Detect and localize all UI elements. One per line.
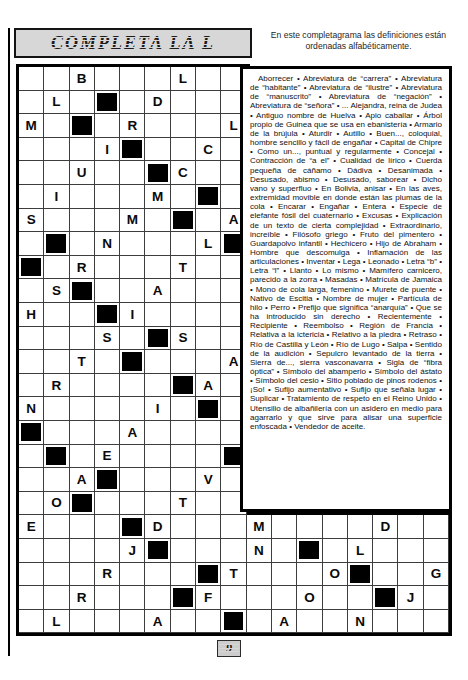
grid-cell[interactable]: A [70, 468, 95, 492]
grid-cell[interactable] [44, 421, 69, 445]
grid-cell[interactable]: D [145, 91, 170, 115]
grid-cell[interactable] [120, 67, 145, 91]
grid-cell[interactable] [171, 279, 196, 303]
page-number: 9 [226, 641, 232, 656]
grid-cell[interactable] [145, 114, 170, 138]
black-cell [19, 256, 44, 280]
grid-cell[interactable] [95, 397, 120, 421]
grid-cell[interactable] [196, 91, 221, 115]
grid-cell[interactable]: F [196, 586, 221, 610]
grid-cell[interactable] [323, 610, 348, 634]
grid-cell[interactable] [44, 563, 69, 587]
grid-cell[interactable] [196, 421, 221, 445]
grid-cell[interactable] [70, 421, 95, 445]
grid-cell[interactable] [297, 515, 322, 539]
grid-cell[interactable] [44, 303, 69, 327]
grid-cell[interactable]: B [70, 67, 95, 91]
grid-cell[interactable]: T [221, 563, 246, 587]
grid-cell[interactable]: H [19, 303, 44, 327]
grid-cell[interactable]: A [196, 374, 221, 398]
grid-cell[interactable] [70, 374, 95, 398]
title-banner: COMPLETA LA L [14, 28, 252, 58]
grid-cell[interactable] [95, 161, 120, 185]
grid-cell[interactable] [44, 586, 69, 610]
grid-cell[interactable] [145, 350, 170, 374]
grid-cell[interactable] [247, 586, 272, 610]
grid-cell[interactable] [44, 209, 69, 233]
grid-cell[interactable]: S [44, 279, 69, 303]
grid-cell[interactable] [171, 303, 196, 327]
grid-cell[interactable] [19, 161, 44, 185]
grid-cell[interactable]: J [398, 586, 423, 610]
grid-cell[interactable] [120, 185, 145, 209]
grid-cell[interactable] [348, 515, 373, 539]
grid-cell[interactable]: R [95, 563, 120, 587]
grid-cell[interactable]: R [44, 374, 69, 398]
grid-cell[interactable]: C [171, 161, 196, 185]
grid-cell[interactable]: S [171, 327, 196, 351]
grid-cell[interactable] [145, 256, 170, 280]
grid-cell[interactable] [95, 185, 120, 209]
grid-cell[interactable]: L [44, 610, 69, 634]
grid-cell[interactable]: N [348, 610, 373, 634]
grid-cell[interactable] [373, 563, 398, 587]
grid-cell[interactable]: M [145, 185, 170, 209]
grid-border-strip [247, 512, 452, 515]
grid-cell[interactable] [196, 492, 221, 516]
black-cell [196, 397, 221, 421]
grid-cell[interactable] [171, 515, 196, 539]
grid-cell[interactable] [120, 397, 145, 421]
grid-cell[interactable] [221, 539, 246, 563]
black-cell [70, 114, 95, 138]
grid-cell[interactable] [70, 303, 95, 327]
grid-cell[interactable] [19, 91, 44, 115]
grid-cell[interactable] [70, 232, 95, 256]
grid-cell[interactable] [44, 539, 69, 563]
black-cell [145, 161, 170, 185]
black-cell [348, 563, 373, 587]
grid-cell[interactable]: O [44, 492, 69, 516]
black-cell [19, 421, 44, 445]
grid-cell[interactable] [95, 586, 120, 610]
grid-cell[interactable]: A [145, 279, 170, 303]
grid-cell[interactable] [120, 91, 145, 115]
grid-cell[interactable] [44, 114, 69, 138]
grid-cell[interactable]: T [171, 256, 196, 280]
grid-cell[interactable] [171, 445, 196, 469]
grid-cell[interactable]: M [120, 209, 145, 233]
black-cell [70, 492, 95, 516]
grid-cell[interactable] [297, 610, 322, 634]
grid-cell[interactable] [145, 492, 170, 516]
grid-cell[interactable] [120, 327, 145, 351]
grid-cell[interactable] [44, 161, 69, 185]
grid-cell[interactable] [424, 515, 449, 539]
grid-cell[interactable] [272, 539, 297, 563]
grid-cell[interactable] [19, 374, 44, 398]
grid-cell[interactable]: D [145, 515, 170, 539]
grid-cell[interactable]: D [373, 515, 398, 539]
grid-cell[interactable] [95, 114, 120, 138]
grid-cell[interactable]: L [196, 232, 221, 256]
grid-cell[interactable] [145, 374, 170, 398]
grid-cell[interactable] [424, 586, 449, 610]
grid-cell[interactable] [272, 515, 297, 539]
grid-cell[interactable] [145, 138, 170, 162]
grid-cell[interactable] [145, 445, 170, 469]
grid-cell[interactable]: S [19, 209, 44, 233]
grid-cell[interactable] [19, 445, 44, 469]
grid-cell[interactable] [44, 327, 69, 351]
grid-cell[interactable]: L [348, 539, 373, 563]
grid-cell[interactable]: L [44, 91, 69, 115]
grid-cell[interactable] [171, 610, 196, 634]
grid-cell[interactable]: I [145, 397, 170, 421]
page-title: COMPLETA LA L [16, 30, 250, 56]
grid-cell[interactable] [247, 610, 272, 634]
grid-cell[interactable] [171, 350, 196, 374]
black-cell [373, 586, 398, 610]
grid-cell[interactable] [171, 232, 196, 256]
grid-cell[interactable] [196, 610, 221, 634]
black-cell [70, 279, 95, 303]
instructions-text: En este completagrama las definiciones e… [255, 30, 462, 52]
grid-cell[interactable] [120, 492, 145, 516]
definitions-text: Aborrecer • Abreviatura de “carrera” • A… [250, 74, 442, 431]
grid-cell[interactable] [120, 563, 145, 587]
grid-cell[interactable]: O [297, 586, 322, 610]
grid-cell[interactable] [70, 539, 95, 563]
left-margin-rule [8, 28, 10, 656]
grid-cell[interactable]: V [196, 468, 221, 492]
grid-cell[interactable] [44, 468, 69, 492]
grid-cell[interactable] [120, 468, 145, 492]
grid-cell[interactable] [373, 539, 398, 563]
grid-cell[interactable] [19, 539, 44, 563]
black-cell [44, 232, 69, 256]
grid-cell[interactable] [19, 586, 44, 610]
black-cell [120, 515, 145, 539]
black-cell [145, 327, 170, 351]
grid-cell[interactable] [70, 91, 95, 115]
grid-cell[interactable] [19, 185, 44, 209]
grid-cell[interactable]: J [120, 539, 145, 563]
grid-cell[interactable] [70, 563, 95, 587]
grid-cell[interactable]: R [70, 256, 95, 280]
grid-cell[interactable] [145, 209, 170, 233]
puzzle-page: COMPLETA LA L En este completagrama las … [0, 0, 468, 680]
grid-bottom-section: EDMDJNLRTOGRFOJLAAN [16, 515, 452, 636]
grid-cell[interactable] [95, 610, 120, 634]
grid-cell[interactable] [19, 67, 44, 91]
black-cell [196, 185, 221, 209]
grid-cell[interactable] [120, 610, 145, 634]
black-cell [95, 468, 120, 492]
grid-cell[interactable] [171, 563, 196, 587]
grid-cell[interactable] [19, 468, 44, 492]
grid-cell[interactable]: U [70, 161, 95, 185]
grid-cell[interactable] [19, 279, 44, 303]
grid-cell[interactable] [171, 114, 196, 138]
grid-cell[interactable] [70, 610, 95, 634]
grid-cell[interactable] [95, 256, 120, 280]
grid-cell[interactable]: M [247, 515, 272, 539]
black-cell [95, 91, 120, 115]
grid-cell[interactable]: R [70, 586, 95, 610]
grid-cell[interactable] [19, 232, 44, 256]
black-cell [95, 303, 120, 327]
grid-cell[interactable] [44, 397, 69, 421]
grid-cell[interactable] [120, 586, 145, 610]
grid-cell[interactable] [19, 610, 44, 634]
grid-cell[interactable]: A [145, 610, 170, 634]
grid-cell[interactable] [120, 256, 145, 280]
grid-cell[interactable] [424, 610, 449, 634]
grid-cell[interactable] [398, 610, 423, 634]
grid-cell[interactable] [95, 515, 120, 539]
grid-cell[interactable] [44, 515, 69, 539]
grid-cell[interactable] [398, 539, 423, 563]
black-cell [145, 539, 170, 563]
grid-cell[interactable] [44, 350, 69, 374]
grid-cell[interactable] [196, 539, 221, 563]
grid-cell[interactable] [196, 445, 221, 469]
grid-cell[interactable] [70, 397, 95, 421]
grid-cell[interactable] [95, 421, 120, 445]
grid-cell[interactable]: T [70, 350, 95, 374]
grid-cell[interactable] [323, 586, 348, 610]
grid-cell[interactable] [120, 445, 145, 469]
grid-cell[interactable] [19, 350, 44, 374]
grid-cell[interactable] [171, 397, 196, 421]
grid-cell[interactable] [44, 256, 69, 280]
grid-cell[interactable] [145, 232, 170, 256]
grid-cell[interactable]: L [171, 67, 196, 91]
black-cell [120, 350, 145, 374]
grid-cell[interactable] [196, 256, 221, 280]
grid-cell[interactable] [196, 350, 221, 374]
grid-cell[interactable] [221, 586, 246, 610]
grid-cell[interactable]: T [171, 492, 196, 516]
grid-cell[interactable]: R [120, 114, 145, 138]
grid-cell[interactable]: A [272, 610, 297, 634]
grid-cell[interactable] [120, 279, 145, 303]
black-cell [44, 445, 69, 469]
grid-cell[interactable] [145, 67, 170, 91]
grid-cell[interactable] [145, 468, 170, 492]
grid-cell[interactable]: N [95, 232, 120, 256]
grid-cell[interactable] [145, 586, 170, 610]
grid-cell[interactable] [44, 138, 69, 162]
grid-cell[interactable] [171, 185, 196, 209]
grid-cell[interactable] [196, 303, 221, 327]
grid-cell[interactable]: M [19, 114, 44, 138]
grid-cell[interactable] [272, 586, 297, 610]
black-cell [120, 138, 145, 162]
grid-cell[interactable]: E [19, 515, 44, 539]
grid-cell[interactable] [171, 138, 196, 162]
grid-cell[interactable] [120, 232, 145, 256]
black-cell [297, 539, 322, 563]
page-number-badge: 9 [217, 640, 241, 657]
grid-cell[interactable] [70, 445, 95, 469]
grid-cell[interactable] [95, 209, 120, 233]
grid-cell[interactable] [297, 563, 322, 587]
grid-cell[interactable]: O [323, 563, 348, 587]
grid-cell[interactable] [196, 209, 221, 233]
grid-cell[interactable]: I [44, 185, 69, 209]
black-cell [196, 563, 221, 587]
grid-cell[interactable]: I [95, 138, 120, 162]
black-cell [171, 586, 196, 610]
grid-cell[interactable] [145, 563, 170, 587]
black-cell [171, 209, 196, 233]
grid-cell[interactable]: I [120, 303, 145, 327]
grid-cell[interactable] [120, 161, 145, 185]
grid-cell[interactable] [171, 539, 196, 563]
grid-cell[interactable] [70, 515, 95, 539]
grid-cell[interactable] [19, 492, 44, 516]
grid-cell[interactable] [171, 468, 196, 492]
grid-cell[interactable]: N [247, 539, 272, 563]
grid-cell[interactable]: S [95, 327, 120, 351]
grid-cell[interactable]: A [120, 421, 145, 445]
definitions-box: Aborrecer • Abreviatura de “carrera” • A… [240, 66, 452, 512]
grid-cell[interactable] [373, 610, 398, 634]
grid-cell[interactable] [171, 421, 196, 445]
grid-cell[interactable] [221, 515, 246, 539]
black-cell [171, 374, 196, 398]
grid-cell[interactable] [19, 327, 44, 351]
grid-cell[interactable] [196, 114, 221, 138]
grid-cell[interactable] [196, 515, 221, 539]
grid-cell[interactable] [95, 279, 120, 303]
grid-cell[interactable] [70, 327, 95, 351]
grid-cell[interactable] [247, 563, 272, 587]
grid-cell[interactable]: C [196, 138, 221, 162]
grid-cell[interactable] [424, 539, 449, 563]
grid-cell[interactable]: G [424, 563, 449, 587]
grid-cell[interactable]: N [19, 397, 44, 421]
grid-cell[interactable] [398, 515, 423, 539]
grid-cell[interactable] [19, 138, 44, 162]
grid-cell[interactable] [145, 303, 170, 327]
grid-cell[interactable] [323, 515, 348, 539]
grid-cell[interactable] [44, 67, 69, 91]
grid-cell[interactable] [196, 279, 221, 303]
grid-cell[interactable] [95, 374, 120, 398]
grid-cell[interactable] [145, 421, 170, 445]
grid-cell[interactable] [196, 327, 221, 351]
grid-cell[interactable] [19, 563, 44, 587]
grid-cell[interactable] [323, 539, 348, 563]
grid-cell[interactable] [196, 161, 221, 185]
grid-cell[interactable] [196, 67, 221, 91]
grid-cell[interactable] [95, 67, 120, 91]
grid-cell[interactable] [95, 492, 120, 516]
grid-top-section: BLLDMRLICUCIMSMANLRTSAHISSTARANIAEAVOT [16, 64, 250, 515]
grid-cell[interactable] [70, 209, 95, 233]
grid-cell[interactable]: E [95, 445, 120, 469]
grid-cell[interactable] [70, 138, 95, 162]
grid-cell[interactable] [120, 374, 145, 398]
grid-cell[interactable] [348, 586, 373, 610]
grid-cell[interactable] [272, 563, 297, 587]
grid-cell[interactable] [95, 350, 120, 374]
grid-cell[interactable] [171, 91, 196, 115]
grid-cell[interactable] [95, 539, 120, 563]
black-cell [221, 610, 246, 634]
grid-cell[interactable] [70, 185, 95, 209]
grid-cell[interactable] [398, 563, 423, 587]
